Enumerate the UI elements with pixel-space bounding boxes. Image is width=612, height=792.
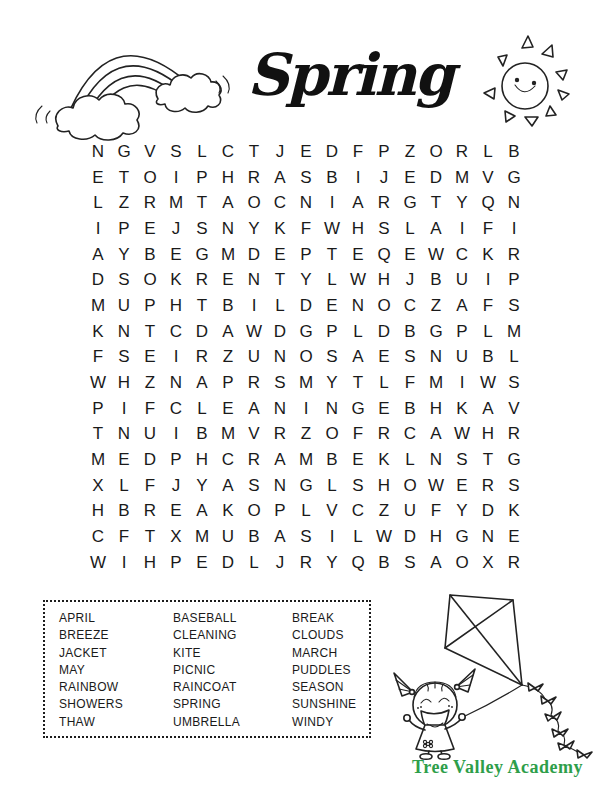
grid-cell-r7c2: U bbox=[111, 293, 137, 319]
word-list-item: PICNIC bbox=[173, 662, 240, 679]
grid-cell-r15c16: D bbox=[475, 499, 501, 525]
grid-cell-r16c16: N bbox=[475, 524, 501, 550]
grid-cell-r11c16: A bbox=[475, 396, 501, 422]
grid-cell-r6c13: J bbox=[397, 267, 423, 293]
grid-cell-r12c9: Z bbox=[293, 422, 319, 448]
grid-cell-r8c7: W bbox=[241, 319, 267, 345]
grid-cell-r7c5: T bbox=[189, 293, 215, 319]
grid-cell-r14c7: S bbox=[241, 473, 267, 499]
grid-cell-r10c13: F bbox=[397, 370, 423, 396]
grid-cell-r14c13: O bbox=[397, 473, 423, 499]
grid-cell-r8c8: D bbox=[267, 319, 293, 345]
grid-cell-r8c5: D bbox=[189, 319, 215, 345]
grid-cell-r16c14: H bbox=[423, 524, 449, 550]
grid-cell-r3c1: L bbox=[85, 190, 111, 216]
grid-cell-r1c15: R bbox=[449, 139, 475, 165]
grid-cell-r12c3: U bbox=[137, 422, 163, 448]
grid-cell-r7c8: L bbox=[267, 293, 293, 319]
grid-cell-r15c7: O bbox=[241, 499, 267, 525]
grid-cell-r4c10: W bbox=[319, 216, 345, 242]
grid-cell-r8c10: P bbox=[319, 319, 345, 345]
word-list-item: BREEZE bbox=[59, 627, 123, 644]
grid-cell-r4c3: E bbox=[137, 216, 163, 242]
grid-cell-r13c17: G bbox=[501, 447, 527, 473]
grid-cell-r11c6: E bbox=[215, 396, 241, 422]
word-list-item: THAW bbox=[59, 714, 123, 731]
word-column-3: BREAKCLOUDSMARCHPUDDLESSEASONSUNSHINEWIN… bbox=[292, 610, 356, 731]
grid-cell-r15c17: K bbox=[501, 499, 527, 525]
grid-cell-r4c4: J bbox=[163, 216, 189, 242]
grid-cell-r10c11: T bbox=[345, 370, 371, 396]
grid-cell-r16c2: F bbox=[111, 524, 137, 550]
grid-cell-r12c2: N bbox=[111, 422, 137, 448]
grid-cell-r14c8: N bbox=[267, 473, 293, 499]
grid-cell-r13c11: E bbox=[345, 447, 371, 473]
grid-cell-r17c14: A bbox=[423, 550, 449, 576]
grid-cell-r11c2: I bbox=[111, 396, 137, 422]
grid-cell-r11c12: E bbox=[371, 396, 397, 422]
grid-cell-r12c5: B bbox=[189, 422, 215, 448]
grid-cell-r17c11: Q bbox=[345, 550, 371, 576]
grid-cell-r11c4: C bbox=[163, 396, 189, 422]
grid-cell-r2c14: D bbox=[423, 165, 449, 191]
grid-cell-r15c9: L bbox=[293, 499, 319, 525]
grid-cell-r6c4: K bbox=[163, 267, 189, 293]
grid-cell-r7c3: P bbox=[137, 293, 163, 319]
grid-cell-r17c3: H bbox=[137, 550, 163, 576]
grid-cell-r5c3: B bbox=[137, 242, 163, 268]
word-list-item: RAINBOW bbox=[59, 679, 123, 696]
grid-cell-r16c9: S bbox=[293, 524, 319, 550]
grid-cell-r15c12: Z bbox=[371, 499, 397, 525]
grid-cell-r5c4: E bbox=[163, 242, 189, 268]
grid-cell-r15c4: E bbox=[163, 499, 189, 525]
grid-cell-r12c14: A bbox=[423, 422, 449, 448]
grid-cell-r13c2: E bbox=[111, 447, 137, 473]
grid-cell-r3c10: I bbox=[319, 190, 345, 216]
grid-cell-r3c16: Q bbox=[475, 190, 501, 216]
grid-cell-r11c17: V bbox=[501, 396, 527, 422]
grid-cell-r1c8: J bbox=[267, 139, 293, 165]
grid-cell-r13c14: N bbox=[423, 447, 449, 473]
grid-cell-r16c12: W bbox=[371, 524, 397, 550]
grid-cell-r9c8: N bbox=[267, 345, 293, 371]
grid-cell-r6c1: D bbox=[85, 267, 111, 293]
grid-cell-r11c14: H bbox=[423, 396, 449, 422]
grid-cell-r8c15: P bbox=[449, 319, 475, 345]
grid-cell-r16c6: U bbox=[215, 524, 241, 550]
grid-cell-r15c8: P bbox=[267, 499, 293, 525]
grid-cell-r9c2: S bbox=[111, 345, 137, 371]
grid-cell-r7c12: O bbox=[371, 293, 397, 319]
grid-cell-r12c16: H bbox=[475, 422, 501, 448]
word-list-item: JACKET bbox=[59, 645, 123, 662]
grid-cell-r9c6: Z bbox=[215, 345, 241, 371]
grid-cell-r15c15: Y bbox=[449, 499, 475, 525]
grid-cell-r9c12: E bbox=[371, 345, 397, 371]
grid-cell-r6c17: P bbox=[501, 267, 527, 293]
grid-cell-r14c5: Y bbox=[189, 473, 215, 499]
grid-cell-r3c2: Z bbox=[111, 190, 137, 216]
grid-cell-r14c9: G bbox=[293, 473, 319, 499]
grid-cell-r6c6: E bbox=[215, 267, 241, 293]
grid-cell-r15c11: C bbox=[345, 499, 371, 525]
rainbow-icon bbox=[25, 36, 240, 141]
grid-cell-r2c4: I bbox=[163, 165, 189, 191]
grid-cell-r1c10: D bbox=[319, 139, 345, 165]
grid-cell-r5c14: W bbox=[423, 242, 449, 268]
grid-cell-r17c8: J bbox=[267, 550, 293, 576]
grid-cell-r17c5: E bbox=[189, 550, 215, 576]
grid-cell-r13c6: C bbox=[215, 447, 241, 473]
grid-cell-r8c3: T bbox=[137, 319, 163, 345]
grid-cell-r13c16: T bbox=[475, 447, 501, 473]
grid-cell-r11c13: B bbox=[397, 396, 423, 422]
grid-cell-r5c15: C bbox=[449, 242, 475, 268]
word-list-item: BASEBALL bbox=[173, 610, 240, 627]
grid-cell-r11c8: N bbox=[267, 396, 293, 422]
grid-cell-r4c5: S bbox=[189, 216, 215, 242]
grid-cell-r4c1: I bbox=[85, 216, 111, 242]
grid-cell-r7c11: N bbox=[345, 293, 371, 319]
grid-cell-r12c6: M bbox=[215, 422, 241, 448]
grid-cell-r11c1: P bbox=[85, 396, 111, 422]
grid-cell-r6c12: H bbox=[371, 267, 397, 293]
grid-cell-r17c2: I bbox=[111, 550, 137, 576]
grid-cell-r9c10: S bbox=[319, 345, 345, 371]
grid-cell-r4c7: Y bbox=[241, 216, 267, 242]
grid-cell-r9c7: U bbox=[241, 345, 267, 371]
grid-cell-r2c3: O bbox=[137, 165, 163, 191]
grid-cell-r17c16: X bbox=[475, 550, 501, 576]
grid-cell-r8c11: L bbox=[345, 319, 371, 345]
grid-cell-r4c11: H bbox=[345, 216, 371, 242]
grid-cell-r1c12: P bbox=[371, 139, 397, 165]
grid-cell-r15c14: F bbox=[423, 499, 449, 525]
grid-cell-r6c2: S bbox=[111, 267, 137, 293]
grid-cell-r7c14: Z bbox=[423, 293, 449, 319]
word-list-item: MARCH bbox=[292, 645, 356, 662]
word-list-item: SPRING bbox=[173, 696, 240, 713]
grid-cell-r7c9: D bbox=[293, 293, 319, 319]
grid-cell-r8c4: C bbox=[163, 319, 189, 345]
grid-cell-r2c1: E bbox=[85, 165, 111, 191]
grid-cell-r17c4: P bbox=[163, 550, 189, 576]
grid-cell-r3c5: T bbox=[189, 190, 215, 216]
grid-cell-r14c14: W bbox=[423, 473, 449, 499]
grid-cell-r15c5: A bbox=[189, 499, 215, 525]
grid-cell-r1c6: C bbox=[215, 139, 241, 165]
grid-cell-r6c7: N bbox=[241, 267, 267, 293]
grid-cell-r3c8: C bbox=[267, 190, 293, 216]
grid-cell-r13c1: M bbox=[85, 447, 111, 473]
grid-cell-r10c10: Y bbox=[319, 370, 345, 396]
grid-cell-r4c2: P bbox=[111, 216, 137, 242]
grid-cell-r10c14: M bbox=[423, 370, 449, 396]
grid-cell-r3c17: N bbox=[501, 190, 527, 216]
grid-cell-r16c1: C bbox=[85, 524, 111, 550]
grid-cell-r10c3: Z bbox=[137, 370, 163, 396]
word-list-item: UMBRELLA bbox=[173, 714, 240, 731]
grid-cell-r4c15: I bbox=[449, 216, 475, 242]
grid-cell-r16c5: M bbox=[189, 524, 215, 550]
grid-cell-r5c1: A bbox=[85, 242, 111, 268]
grid-cell-r16c4: X bbox=[163, 524, 189, 550]
grid-cell-r9c1: F bbox=[85, 345, 111, 371]
grid-cell-r1c4: S bbox=[163, 139, 189, 165]
grid-cell-r7c6: B bbox=[215, 293, 241, 319]
grid-cell-r1c5: L bbox=[189, 139, 215, 165]
word-list-item: CLEANING bbox=[173, 627, 240, 644]
grid-cell-r7c10: E bbox=[319, 293, 345, 319]
grid-cell-r10c8: S bbox=[267, 370, 293, 396]
grid-cell-r12c7: V bbox=[241, 422, 267, 448]
grid-cell-r1c11: F bbox=[345, 139, 371, 165]
grid-cell-r5c8: E bbox=[267, 242, 293, 268]
grid-cell-r5c11: E bbox=[345, 242, 371, 268]
grid-cell-r10c9: M bbox=[293, 370, 319, 396]
grid-cell-r14c6: A bbox=[215, 473, 241, 499]
grid-cell-r1c9: E bbox=[293, 139, 319, 165]
grid-cell-r12c12: R bbox=[371, 422, 397, 448]
grid-cell-r4c12: S bbox=[371, 216, 397, 242]
brand-name: Tree Valley Academy bbox=[383, 757, 612, 778]
grid-cell-r5c12: Q bbox=[371, 242, 397, 268]
word-list-item: MAY bbox=[59, 662, 123, 679]
grid-cell-r7c16: F bbox=[475, 293, 501, 319]
grid-cell-r4c9: F bbox=[293, 216, 319, 242]
word-list-item: CLOUDS bbox=[292, 627, 356, 644]
grid-cell-r12c10: O bbox=[319, 422, 345, 448]
grid-cell-r2c7: R bbox=[241, 165, 267, 191]
grid-cell-r5c9: P bbox=[293, 242, 319, 268]
grid-cell-r14c17: S bbox=[501, 473, 527, 499]
grid-cell-r7c1: M bbox=[85, 293, 111, 319]
grid-cell-r17c7: L bbox=[241, 550, 267, 576]
grid-cell-r8c2: N bbox=[111, 319, 137, 345]
word-list-item: WINDY bbox=[292, 714, 356, 731]
grid-cell-r11c7: A bbox=[241, 396, 267, 422]
grid-cell-r4c17: I bbox=[501, 216, 527, 242]
grid-cell-r12c4: I bbox=[163, 422, 189, 448]
grid-cell-r6c8: T bbox=[267, 267, 293, 293]
grid-cell-r14c10: L bbox=[319, 473, 345, 499]
grid-cell-r11c5: L bbox=[189, 396, 215, 422]
grid-cell-r14c12: H bbox=[371, 473, 397, 499]
grid-cell-r5c6: M bbox=[215, 242, 241, 268]
grid-cell-r14c4: J bbox=[163, 473, 189, 499]
worksheet-page: Spring NGVSLCTJEDFPZORLBETOIPHRASBIJEDMV… bbox=[0, 0, 612, 792]
grid-cell-r5c17: R bbox=[501, 242, 527, 268]
grid-cell-r2c12: J bbox=[371, 165, 397, 191]
grid-cell-r13c5: H bbox=[189, 447, 215, 473]
grid-cell-r11c10: N bbox=[319, 396, 345, 422]
grid-cell-r17c9: R bbox=[293, 550, 319, 576]
grid-cell-r3c12: R bbox=[371, 190, 397, 216]
grid-cell-r16c8: A bbox=[267, 524, 293, 550]
word-list-item: KITE bbox=[173, 645, 240, 662]
word-list-box: APRILBREEZEJACKETMAYRAINBOWSHOWERSTHAW B… bbox=[43, 600, 371, 738]
grid-cell-r2c8: A bbox=[267, 165, 293, 191]
grid-cell-r6c5: R bbox=[189, 267, 215, 293]
grid-cell-r1c1: N bbox=[85, 139, 111, 165]
grid-cell-r9c14: N bbox=[423, 345, 449, 371]
grid-cell-r9c4: I bbox=[163, 345, 189, 371]
grid-cell-r17c12: B bbox=[371, 550, 397, 576]
grid-cell-r8c13: B bbox=[397, 319, 423, 345]
grid-cell-r12c11: F bbox=[345, 422, 371, 448]
grid-cell-r8c6: A bbox=[215, 319, 241, 345]
grid-cell-r7c7: I bbox=[241, 293, 267, 319]
grid-cell-r9c5: R bbox=[189, 345, 215, 371]
grid-cell-r6c9: Y bbox=[293, 267, 319, 293]
grid-cell-r3c15: Y bbox=[449, 190, 475, 216]
grid-cell-r6c10: L bbox=[319, 267, 345, 293]
grid-cell-r7c15: A bbox=[449, 293, 475, 319]
grid-cell-r13c12: K bbox=[371, 447, 397, 473]
grid-cell-r13c7: R bbox=[241, 447, 267, 473]
grid-cell-r5c2: Y bbox=[111, 242, 137, 268]
grid-cell-r17c17: R bbox=[501, 550, 527, 576]
grid-cell-r15c1: H bbox=[85, 499, 111, 525]
grid-cell-r1c2: G bbox=[111, 139, 137, 165]
grid-cell-r13c8: A bbox=[267, 447, 293, 473]
grid-cell-r17c15: O bbox=[449, 550, 475, 576]
sun-icon bbox=[472, 30, 572, 130]
grid-cell-r4c6: N bbox=[215, 216, 241, 242]
grid-cell-r3c4: M bbox=[163, 190, 189, 216]
grid-cell-r2c10: B bbox=[319, 165, 345, 191]
grid-cell-r10c16: W bbox=[475, 370, 501, 396]
grid-cell-r7c17: S bbox=[501, 293, 527, 319]
grid-cell-r4c14: A bbox=[423, 216, 449, 242]
grid-cell-r10c5: A bbox=[189, 370, 215, 396]
grid-cell-r10c4: N bbox=[163, 370, 189, 396]
grid-cell-r15c10: V bbox=[319, 499, 345, 525]
word-list-item: APRIL bbox=[59, 610, 123, 627]
grid-cell-r6c3: O bbox=[137, 267, 163, 293]
grid-cell-r4c13: L bbox=[397, 216, 423, 242]
grid-cell-r13c4: P bbox=[163, 447, 189, 473]
grid-cell-r13c9: M bbox=[293, 447, 319, 473]
grid-cell-r3c13: G bbox=[397, 190, 423, 216]
grid-cell-r10c6: P bbox=[215, 370, 241, 396]
grid-cell-r5c5: G bbox=[189, 242, 215, 268]
grid-cell-r13c13: L bbox=[397, 447, 423, 473]
grid-cell-r2c15: M bbox=[449, 165, 475, 191]
word-list-item: BREAK bbox=[292, 610, 356, 627]
grid-cell-r1c3: V bbox=[137, 139, 163, 165]
grid-cell-r4c16: F bbox=[475, 216, 501, 242]
grid-cell-r5c10: T bbox=[319, 242, 345, 268]
grid-cell-r10c2: H bbox=[111, 370, 137, 396]
grid-cell-r11c11: G bbox=[345, 396, 371, 422]
grid-cell-r9c17: L bbox=[501, 345, 527, 371]
grid-cell-r8c14: G bbox=[423, 319, 449, 345]
word-column-1: APRILBREEZEJACKETMAYRAINBOWSHOWERSTHAW bbox=[59, 610, 123, 731]
grid-cell-r1c14: O bbox=[423, 139, 449, 165]
grid-cell-r3c9: N bbox=[293, 190, 319, 216]
grid-cell-r14c15: E bbox=[449, 473, 475, 499]
grid-cell-r15c2: B bbox=[111, 499, 137, 525]
grid-cell-r6c14: B bbox=[423, 267, 449, 293]
grid-cell-r4c8: K bbox=[267, 216, 293, 242]
grid-cell-r10c15: I bbox=[449, 370, 475, 396]
grid-cell-r7c13: C bbox=[397, 293, 423, 319]
word-list-item: SUNSHINE bbox=[292, 696, 356, 713]
grid-cell-r14c3: F bbox=[137, 473, 163, 499]
letter-grid: NGVSLCTJEDFPZORLBETOIPHRASBIJEDMVGLZRMTA… bbox=[85, 139, 527, 576]
word-list-item: SEASON bbox=[292, 679, 356, 696]
grid-cell-r14c16: R bbox=[475, 473, 501, 499]
grid-cell-r10c1: W bbox=[85, 370, 111, 396]
grid-cell-r5c13: E bbox=[397, 242, 423, 268]
girl-flying-kite-icon bbox=[383, 583, 612, 761]
grid-cell-r2c16: V bbox=[475, 165, 501, 191]
grid-cell-r6c16: I bbox=[475, 267, 501, 293]
grid-cell-r17c10: Y bbox=[319, 550, 345, 576]
grid-cell-r16c13: D bbox=[397, 524, 423, 550]
grid-cell-r2c13: E bbox=[397, 165, 423, 191]
grid-cell-r2c6: H bbox=[215, 165, 241, 191]
grid-cell-r16c7: B bbox=[241, 524, 267, 550]
grid-cell-r11c9: I bbox=[293, 396, 319, 422]
grid-cell-r3c14: T bbox=[423, 190, 449, 216]
grid-cell-r2c2: T bbox=[111, 165, 137, 191]
grid-cell-r16c17: E bbox=[501, 524, 527, 550]
grid-cell-r12c1: T bbox=[85, 422, 111, 448]
grid-cell-r2c9: S bbox=[293, 165, 319, 191]
word-list-item: SHOWERS bbox=[59, 696, 123, 713]
grid-cell-r15c6: K bbox=[215, 499, 241, 525]
grid-cell-r10c17: S bbox=[501, 370, 527, 396]
grid-cell-r9c3: E bbox=[137, 345, 163, 371]
grid-cell-r9c11: A bbox=[345, 345, 371, 371]
grid-cell-r13c15: S bbox=[449, 447, 475, 473]
grid-cell-r1c17: B bbox=[501, 139, 527, 165]
grid-cell-r5c7: D bbox=[241, 242, 267, 268]
grid-cell-r3c11: A bbox=[345, 190, 371, 216]
grid-cell-r9c15: U bbox=[449, 345, 475, 371]
grid-cell-r1c7: T bbox=[241, 139, 267, 165]
grid-cell-r8c16: L bbox=[475, 319, 501, 345]
grid-cell-r14c11: S bbox=[345, 473, 371, 499]
grid-cell-r8c9: G bbox=[293, 319, 319, 345]
grid-cell-r11c3: F bbox=[137, 396, 163, 422]
grid-cell-r6c11: W bbox=[345, 267, 371, 293]
grid-cell-r16c11: L bbox=[345, 524, 371, 550]
grid-cell-r12c17: R bbox=[501, 422, 527, 448]
word-list-item: PUDDLES bbox=[292, 662, 356, 679]
grid-cell-r13c3: D bbox=[137, 447, 163, 473]
grid-cell-r1c16: L bbox=[475, 139, 501, 165]
grid-cell-r1c13: Z bbox=[397, 139, 423, 165]
puzzle-title: Spring bbox=[232, 30, 468, 120]
grid-cell-r3c6: A bbox=[215, 190, 241, 216]
word-list-item: RAINCOAT bbox=[173, 679, 240, 696]
grid-cell-r12c8: R bbox=[267, 422, 293, 448]
grid-cell-r3c3: R bbox=[137, 190, 163, 216]
grid-cell-r2c5: P bbox=[189, 165, 215, 191]
grid-cell-r14c2: L bbox=[111, 473, 137, 499]
grid-cell-r12c15: W bbox=[449, 422, 475, 448]
grid-cell-r17c1: W bbox=[85, 550, 111, 576]
grid-cell-r15c3: R bbox=[137, 499, 163, 525]
grid-cell-r3c7: O bbox=[241, 190, 267, 216]
grid-cell-r16c10: I bbox=[319, 524, 345, 550]
grid-cell-r10c12: L bbox=[371, 370, 397, 396]
grid-cell-r2c11: I bbox=[345, 165, 371, 191]
